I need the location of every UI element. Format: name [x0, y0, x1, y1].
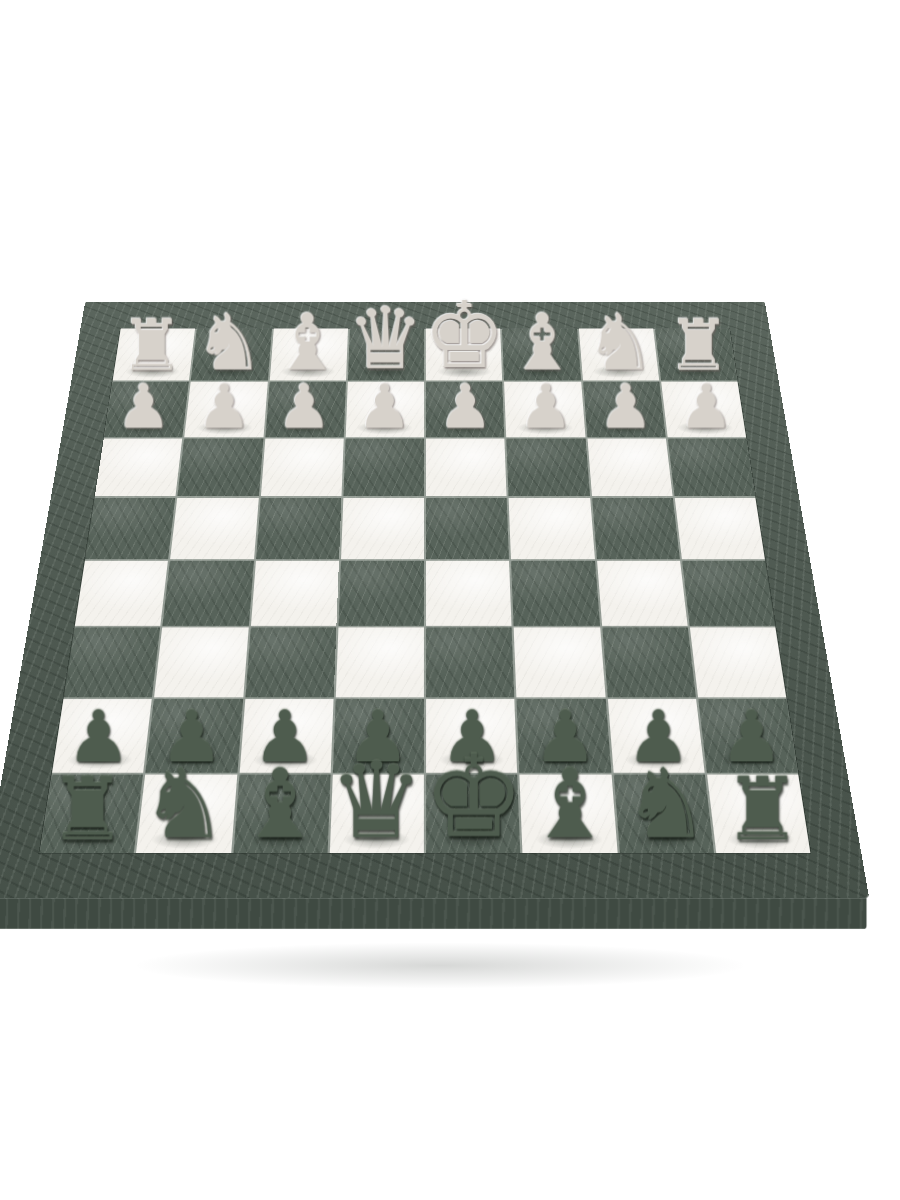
piece-white-bishop[interactable]: ♝ [273, 305, 343, 379]
square-r2c4[interactable]: ♟ [345, 382, 424, 437]
piece-green-knight[interactable]: ♞ [141, 760, 227, 851]
square-r3c2[interactable] [178, 438, 263, 496]
piece-green-bishop[interactable]: ♝ [527, 760, 613, 851]
piece-green-king[interactable]: ♚ [423, 744, 525, 852]
square-r2c3[interactable]: ♟ [265, 382, 346, 437]
square-r8c6[interactable]: ♝ [520, 774, 617, 853]
square-r6c4[interactable] [336, 628, 424, 697]
piece-white-queen[interactable]: ♛ [348, 298, 425, 379]
piece-white-king[interactable]: ♚ [423, 292, 505, 379]
square-r5c4[interactable] [338, 561, 424, 626]
square-r5c6[interactable] [511, 561, 599, 626]
square-r6c3[interactable] [245, 628, 336, 697]
square-r6c1[interactable] [64, 628, 161, 697]
square-r2c2[interactable]: ♟ [185, 382, 268, 437]
square-r8c7[interactable]: ♞ [613, 774, 713, 853]
square-r8c1[interactable]: ♜ [40, 774, 144, 853]
square-r5c8[interactable] [682, 561, 775, 626]
square-r6c2[interactable] [154, 628, 248, 697]
square-r4c2[interactable] [170, 498, 258, 560]
board-front-edge [0, 898, 867, 929]
square-r2c8[interactable]: ♟ [661, 382, 746, 437]
square-r5c5[interactable] [426, 561, 512, 626]
square-r3c3[interactable] [260, 438, 343, 496]
piece-white-knight[interactable]: ♞ [194, 305, 264, 379]
square-r6c7[interactable] [602, 628, 696, 697]
square-r8c5[interactable]: ♚ [426, 774, 520, 853]
square-r8c3[interactable]: ♝ [233, 774, 330, 853]
piece-green-rook[interactable]: ♜ [724, 768, 802, 851]
square-r3c1[interactable] [95, 438, 183, 496]
piece-green-bishop[interactable]: ♝ [237, 760, 323, 851]
square-r3c8[interactable] [668, 438, 756, 496]
piece-white-rook[interactable]: ♜ [667, 312, 730, 379]
square-r4c1[interactable] [85, 498, 175, 560]
square-r5c7[interactable] [597, 561, 688, 626]
photo-frame: ♜♞♝♛♚♝♞♜♟♟♟♟♟♟♟♟♟♟♟♟♟♟♟♟♜♞♝♛♚♝♞♜ [0, 0, 900, 1200]
square-r4c4[interactable] [341, 498, 424, 560]
scene: ♜♞♝♛♚♝♞♜♟♟♟♟♟♟♟♟♟♟♟♟♟♟♟♟♜♞♝♛♚♝♞♜ [5, 250, 845, 1150]
square-r6c6[interactable] [514, 628, 605, 697]
piece-white-pawn[interactable]: ♟ [599, 377, 654, 435]
square-r3c5[interactable] [426, 438, 507, 496]
square-r2c5[interactable]: ♟ [426, 382, 505, 437]
square-r5c1[interactable] [75, 561, 168, 626]
square-r4c8[interactable] [674, 498, 764, 560]
square-r6c8[interactable] [690, 628, 787, 697]
square-r2c6[interactable]: ♟ [504, 382, 585, 437]
square-r3c6[interactable] [506, 438, 589, 496]
square-r2c1[interactable]: ♟ [104, 382, 189, 437]
piece-white-pawn[interactable]: ♟ [518, 377, 573, 435]
square-r8c8[interactable]: ♜ [707, 774, 811, 853]
piece-green-rook[interactable]: ♜ [48, 768, 126, 851]
piece-white-pawn[interactable]: ♟ [196, 377, 251, 435]
square-r2c7[interactable]: ♟ [583, 382, 666, 437]
square-r6c5[interactable] [426, 628, 514, 697]
square-r4c7[interactable] [592, 498, 680, 560]
square-r5c2[interactable] [163, 561, 254, 626]
square-r5c3[interactable] [250, 561, 338, 626]
piece-white-pawn[interactable]: ♟ [438, 377, 493, 435]
square-r8c2[interactable]: ♞ [136, 774, 236, 853]
piece-white-knight[interactable]: ♞ [586, 305, 656, 379]
piece-white-rook[interactable]: ♜ [119, 312, 182, 379]
piece-green-knight[interactable]: ♞ [623, 760, 709, 851]
square-r8c4[interactable]: ♛ [330, 774, 424, 853]
piece-white-pawn[interactable]: ♟ [679, 377, 734, 435]
board-grid: ♜♞♝♛♚♝♞♜♟♟♟♟♟♟♟♟♟♟♟♟♟♟♟♟♜♞♝♛♚♝♞♜ [40, 329, 811, 853]
square-r4c5[interactable] [426, 498, 509, 560]
chess-board: ♜♞♝♛♚♝♞♜♟♟♟♟♟♟♟♟♟♟♟♟♟♟♟♟♜♞♝♛♚♝♞♜ [0, 302, 869, 898]
square-r4c3[interactable] [256, 498, 342, 560]
piece-white-pawn[interactable]: ♟ [357, 377, 412, 435]
piece-green-queen[interactable]: ♛ [330, 751, 424, 851]
square-r4c6[interactable] [509, 498, 595, 560]
piece-white-pawn[interactable]: ♟ [277, 377, 332, 435]
piece-white-bishop[interactable]: ♝ [507, 305, 577, 379]
piece-white-pawn[interactable]: ♟ [116, 377, 171, 435]
square-r3c7[interactable] [587, 438, 672, 496]
square-r3c4[interactable] [343, 438, 424, 496]
